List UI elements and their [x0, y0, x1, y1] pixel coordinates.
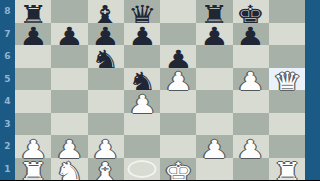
- piece-white-pawn[interactable]: ♟: [236, 69, 265, 94]
- square-b2[interactable]: ♟: [51, 135, 87, 158]
- square-c7[interactable]: ♟: [88, 23, 124, 46]
- square-h1[interactable]: ♜: [269, 158, 305, 181]
- square-f4[interactable]: [196, 90, 232, 113]
- rank-label-6: 6: [0, 45, 15, 68]
- piece-white-pawn[interactable]: ♟: [164, 69, 193, 94]
- piece-white-rook[interactable]: ♜: [19, 159, 48, 180]
- piece-black-pawn[interactable]: ♟: [236, 24, 265, 49]
- square-c6[interactable]: ♞: [88, 45, 124, 68]
- square-a7[interactable]: ♟: [15, 23, 51, 46]
- square-a8[interactable]: ♜: [15, 0, 51, 23]
- square-h3[interactable]: [269, 113, 305, 136]
- rank-label-4: 4: [0, 90, 15, 113]
- square-g3[interactable]: [233, 113, 269, 136]
- rank-label-3: 3: [0, 113, 15, 136]
- right-frame-bar: [305, 0, 320, 180]
- piece-white-queen[interactable]: ♛: [272, 69, 301, 94]
- square-g2[interactable]: ♟: [233, 135, 269, 158]
- square-b8[interactable]: [51, 0, 87, 23]
- piece-black-pawn[interactable]: ♟: [19, 24, 48, 49]
- square-c3[interactable]: [88, 113, 124, 136]
- square-d2[interactable]: [124, 135, 160, 158]
- square-g8[interactable]: ♚: [233, 0, 269, 23]
- square-f3[interactable]: [196, 113, 232, 136]
- square-e5[interactable]: ♟: [160, 68, 196, 91]
- square-b4[interactable]: [51, 90, 87, 113]
- square-g7[interactable]: ♟: [233, 23, 269, 46]
- piece-black-pawn[interactable]: ♟: [55, 24, 84, 49]
- square-c4[interactable]: [88, 90, 124, 113]
- square-a3[interactable]: [15, 113, 51, 136]
- square-d1[interactable]: [124, 158, 160, 181]
- piece-white-pawn[interactable]: ♟: [200, 137, 229, 162]
- square-a2[interactable]: ♟: [15, 135, 51, 158]
- piece-white-knight[interactable]: ♞: [55, 159, 84, 180]
- square-b3[interactable]: [51, 113, 87, 136]
- last-move-origin-marker: [127, 160, 156, 178]
- chess-app-screenshot: 87654321 ♜♝♛♜♚♟♟♟♟♟♟♞♟♞♟♟♛♟♟♟♟♟♟♜♞♝♚♜: [0, 0, 320, 180]
- square-d8[interactable]: ♛: [124, 0, 160, 23]
- rank-label-5: 5: [0, 68, 15, 91]
- piece-black-pawn[interactable]: ♟: [200, 24, 229, 49]
- square-f2[interactable]: ♟: [196, 135, 232, 158]
- piece-white-pawn[interactable]: ♟: [127, 92, 156, 117]
- square-h7[interactable]: [269, 23, 305, 46]
- square-e7[interactable]: [160, 23, 196, 46]
- rank-label-7: 7: [0, 23, 15, 46]
- square-h5[interactable]: ♛: [269, 68, 305, 91]
- square-b7[interactable]: ♟: [51, 23, 87, 46]
- square-b1[interactable]: ♞: [51, 158, 87, 181]
- rank-label-8: 8: [0, 0, 15, 23]
- square-h8[interactable]: [269, 0, 305, 23]
- piece-white-pawn[interactable]: ♟: [236, 137, 265, 162]
- square-d5[interactable]: ♞: [124, 68, 160, 91]
- square-a4[interactable]: [15, 90, 51, 113]
- rank-label-2: 2: [0, 135, 15, 158]
- square-c8[interactable]: ♝: [88, 0, 124, 23]
- square-e2[interactable]: [160, 135, 196, 158]
- square-a1[interactable]: ♜: [15, 158, 51, 181]
- square-e1[interactable]: ♚: [160, 158, 196, 181]
- piece-black-knight[interactable]: ♞: [91, 47, 120, 72]
- square-f8[interactable]: ♜: [196, 0, 232, 23]
- square-b5[interactable]: [51, 68, 87, 91]
- square-a5[interactable]: [15, 68, 51, 91]
- rank-label-1: 1: [0, 158, 15, 181]
- piece-black-pawn[interactable]: ♟: [127, 24, 156, 49]
- chess-board[interactable]: ♜♝♛♜♚♟♟♟♟♟♟♞♟♞♟♟♛♟♟♟♟♟♟♜♞♝♚♜: [15, 0, 305, 180]
- square-e3[interactable]: [160, 113, 196, 136]
- piece-white-king[interactable]: ♚: [164, 159, 193, 180]
- square-f7[interactable]: ♟: [196, 23, 232, 46]
- square-c1[interactable]: ♝: [88, 158, 124, 181]
- square-h2[interactable]: [269, 135, 305, 158]
- square-c2[interactable]: ♟: [88, 135, 124, 158]
- piece-white-rook[interactable]: ♜: [272, 159, 301, 180]
- square-e6[interactable]: ♟: [160, 45, 196, 68]
- square-f5[interactable]: [196, 68, 232, 91]
- square-d7[interactable]: ♟: [124, 23, 160, 46]
- rank-coordinates-bar: 87654321: [0, 0, 15, 180]
- piece-white-bishop[interactable]: ♝: [91, 159, 120, 180]
- square-d4[interactable]: ♟: [124, 90, 160, 113]
- square-h6[interactable]: [269, 45, 305, 68]
- square-g5[interactable]: ♟: [233, 68, 269, 91]
- square-e8[interactable]: [160, 0, 196, 23]
